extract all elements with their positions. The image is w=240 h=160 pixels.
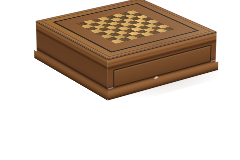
product-photo-canvas	[0, 0, 240, 160]
chess-board-grid	[76, 10, 175, 43]
scene-3d	[0, 0, 240, 160]
chess-case	[37, 34, 215, 100]
